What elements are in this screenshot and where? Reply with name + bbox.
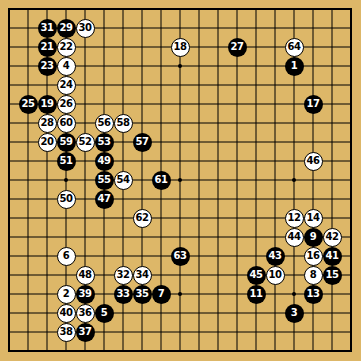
- stone-20-white: 20: [38, 133, 57, 152]
- stone-14-white: 14: [304, 209, 323, 228]
- stone-61-black: 61: [152, 171, 171, 190]
- stone-52-white: 52: [76, 133, 95, 152]
- stone-9-black: 9: [304, 228, 323, 247]
- stone-40-white: 40: [57, 304, 76, 323]
- stone-2-white: 2: [57, 285, 76, 304]
- stone-28-white: 28: [38, 114, 57, 133]
- stone-54-white: 54: [114, 171, 133, 190]
- stone-63-black: 63: [171, 247, 190, 266]
- stone-16-white: 16: [304, 247, 323, 266]
- stone-60-white: 60: [57, 114, 76, 133]
- stone-33-black: 33: [114, 285, 133, 304]
- stone-62-white: 62: [133, 209, 152, 228]
- stone-41-black: 41: [323, 247, 342, 266]
- stone-56-white: 56: [95, 114, 114, 133]
- stone-21-black: 21: [38, 38, 57, 57]
- stone-34-white: 34: [133, 266, 152, 285]
- stone-32-white: 32: [114, 266, 133, 285]
- stone-23-black: 23: [38, 57, 57, 76]
- stone-47-black: 47: [95, 190, 114, 209]
- stone-8-white: 8: [304, 266, 323, 285]
- stone-37-black: 37: [76, 323, 95, 342]
- stone-57-black: 57: [133, 133, 152, 152]
- stone-55-black: 55: [95, 171, 114, 190]
- stone-30-white: 30: [76, 19, 95, 38]
- stone-45-black: 45: [247, 266, 266, 285]
- stone-29-black: 29: [57, 19, 76, 38]
- stone-53-black: 53: [95, 133, 114, 152]
- stone-24-white: 24: [57, 76, 76, 95]
- stone-11-black: 11: [247, 285, 266, 304]
- stone-4-white: 4: [57, 57, 76, 76]
- stone-5-black: 5: [95, 304, 114, 323]
- stone-7-black: 7: [152, 285, 171, 304]
- stone-64-white: 64: [285, 38, 304, 57]
- stone-43-black: 43: [266, 247, 285, 266]
- stone-42-white: 42: [323, 228, 342, 247]
- stone-27-black: 27: [228, 38, 247, 57]
- stone-48-white: 48: [76, 266, 95, 285]
- stone-50-white: 50: [57, 190, 76, 209]
- stone-31-black: 31: [38, 19, 57, 38]
- stone-44-white: 44: [285, 228, 304, 247]
- stones-layer: 1234567891011121314151617181920212223242…: [0, 0, 361, 361]
- stone-49-black: 49: [95, 152, 114, 171]
- stone-6-white: 6: [57, 247, 76, 266]
- stone-10-white: 10: [266, 266, 285, 285]
- stone-39-black: 39: [76, 285, 95, 304]
- stone-35-black: 35: [133, 285, 152, 304]
- stone-19-black: 19: [38, 95, 57, 114]
- stone-17-black: 17: [304, 95, 323, 114]
- stone-51-black: 51: [57, 152, 76, 171]
- stone-12-white: 12: [285, 209, 304, 228]
- stone-38-white: 38: [57, 323, 76, 342]
- stone-13-black: 13: [304, 285, 323, 304]
- stone-26-white: 26: [57, 95, 76, 114]
- stone-3-black: 3: [285, 304, 304, 323]
- go-board: 1234567891011121314151617181920212223242…: [0, 0, 361, 361]
- stone-59-black: 59: [57, 133, 76, 152]
- stone-36-white: 36: [76, 304, 95, 323]
- stone-15-black: 15: [323, 266, 342, 285]
- stone-25-black: 25: [19, 95, 38, 114]
- stone-18-white: 18: [171, 38, 190, 57]
- stone-22-white: 22: [57, 38, 76, 57]
- stone-58-white: 58: [114, 114, 133, 133]
- stone-1-black: 1: [285, 57, 304, 76]
- stone-46-white: 46: [304, 152, 323, 171]
